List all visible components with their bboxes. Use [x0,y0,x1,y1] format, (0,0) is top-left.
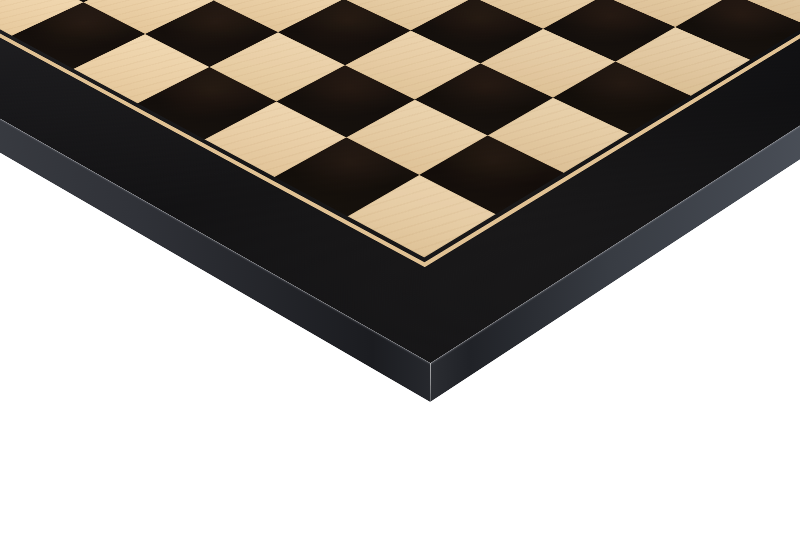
square-c3 [152,0,280,1]
chessboard [0,0,800,363]
square-h2 [419,135,563,214]
square-g5 [543,0,675,62]
square-g6 [603,0,732,27]
square-d1 [73,34,209,103]
square-h1 [348,175,496,258]
square-f5 [474,0,604,29]
square-c1 [12,2,145,69]
square-b1 [0,0,83,36]
square-a1 [0,0,24,4]
square-g2 [346,100,487,175]
square-g4 [480,29,615,98]
square-g3 [415,63,553,135]
square-f1 [205,101,347,177]
square-e3 [278,0,411,65]
square-g1 [275,137,420,216]
board-top-face [0,0,800,363]
square-e4 [344,0,474,31]
square-h3 [488,98,629,173]
square-d3 [214,0,344,32]
square-d2 [145,1,278,67]
photo-background [0,0,800,533]
square-c2 [83,0,213,34]
square-f2 [276,65,414,137]
square-b2 [24,0,152,2]
square-e2 [209,32,345,101]
square-e1 [138,67,277,139]
square-h4 [553,62,691,134]
square-h5 [615,27,750,96]
square-f4 [411,0,543,63]
square-h6 [675,0,800,60]
square-f3 [345,31,480,100]
square-h7 [733,0,800,25]
